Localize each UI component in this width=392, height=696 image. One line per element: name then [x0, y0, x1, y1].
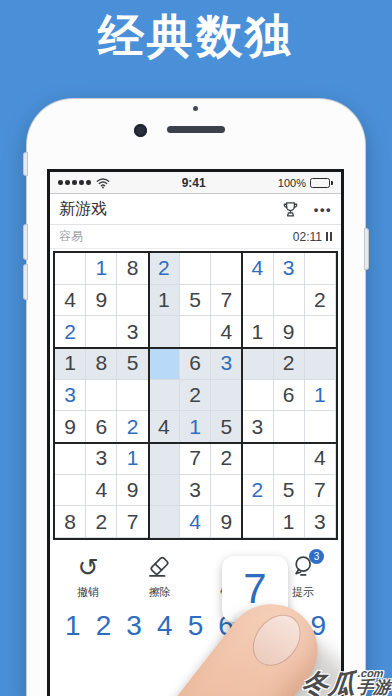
new-game-button[interactable]: 新游戏 [59, 199, 280, 220]
watermark: 冬瓜 .com 手游 [300, 667, 392, 696]
cell-r8c2[interactable]: 4 [86, 475, 117, 507]
cell-r3c6[interactable]: 4 [211, 316, 242, 348]
app-screen: 9:41 100% 新游戏 ••• 容易 [47, 169, 344, 696]
cell-r1c2[interactable]: 1 [86, 253, 117, 285]
cell-r2c6[interactable]: 7 [211, 285, 242, 317]
battery-percent: 100% [278, 177, 306, 189]
eraser-icon [146, 554, 173, 581]
cell-r2c7[interactable] [242, 285, 273, 317]
cell-r5c7[interactable] [242, 380, 273, 412]
cell-r4c5[interactable]: 6 [180, 348, 211, 380]
cell-r4c6[interactable]: 3 [211, 348, 242, 380]
cell-r8c1[interactable] [55, 475, 86, 507]
numpad-key-4[interactable]: 4 [157, 612, 173, 640]
cell-r3c5[interactable] [180, 316, 211, 348]
cell-r4c7[interactable] [242, 348, 273, 380]
front-camera [134, 124, 147, 137]
cell-r4c4[interactable] [149, 348, 180, 380]
cell-r9c9[interactable]: 3 [305, 506, 336, 538]
cell-r4c2[interactable]: 8 [86, 348, 117, 380]
cell-r4c3[interactable]: 5 [117, 348, 148, 380]
page-title: 经典数独 [0, 6, 392, 68]
cell-r2c4[interactable]: 1 [149, 285, 180, 317]
proximity-sensor [193, 106, 198, 111]
cell-r3c9[interactable] [305, 316, 336, 348]
cell-r9c8[interactable]: 1 [274, 506, 305, 538]
cell-r6c4[interactable]: 4 [149, 411, 180, 443]
cell-r5c3[interactable] [117, 380, 148, 412]
cell-r8c3[interactable]: 9 [117, 475, 148, 507]
pause-button[interactable] [326, 232, 332, 241]
status-bar: 9:41 100% [50, 172, 341, 194]
cell-r9c6[interactable]: 9 [211, 506, 242, 538]
numpad-key-2[interactable]: 2 [96, 612, 112, 640]
cell-r6c9[interactable] [305, 411, 336, 443]
cell-r2c5[interactable]: 5 [180, 285, 211, 317]
mute-switch [24, 153, 27, 175]
cell-r1c1[interactable] [55, 253, 86, 285]
volume-up-button [24, 225, 27, 259]
cell-r1c5[interactable] [180, 253, 211, 285]
cell-r1c7[interactable]: 4 [242, 253, 273, 285]
cell-r6c3[interactable]: 2 [117, 411, 148, 443]
cell-r5c5[interactable]: 2 [180, 380, 211, 412]
cell-r6c7[interactable]: 3 [242, 411, 273, 443]
box-divider [55, 442, 336, 444]
numpad-key-3[interactable]: 3 [126, 612, 142, 640]
cell-r7c4[interactable] [149, 443, 180, 475]
cell-r9c1[interactable]: 8 [55, 506, 86, 538]
thumbnail-nail [243, 605, 311, 675]
cell-r8c7[interactable]: 2 [242, 475, 273, 507]
cell-r5c6[interactable] [211, 380, 242, 412]
cell-r2c1[interactable]: 4 [55, 285, 86, 317]
box-divider [148, 253, 150, 538]
game-info-bar: 容易 02:11 [50, 225, 341, 249]
cell-r7c3[interactable]: 1 [117, 443, 148, 475]
erase-button[interactable]: 擦除 [138, 554, 182, 600]
box-divider [55, 347, 336, 349]
cell-r6c8[interactable] [274, 411, 305, 443]
app-header: 新游戏 ••• [50, 194, 341, 225]
cell-r7c8[interactable] [274, 443, 305, 475]
battery-icon [310, 178, 333, 188]
power-button [365, 229, 368, 269]
cell-r1c9[interactable] [305, 253, 336, 285]
volume-down-button [24, 265, 27, 299]
cell-r7c1[interactable] [55, 443, 86, 475]
cell-r8c6[interactable] [211, 475, 242, 507]
cell-r9c3[interactable]: 7 [117, 506, 148, 538]
cell-r8c8[interactable]: 5 [274, 475, 305, 507]
cell-r5c4[interactable] [149, 380, 180, 412]
cell-r5c8[interactable]: 6 [274, 380, 305, 412]
cell-r5c1[interactable]: 3 [55, 380, 86, 412]
cell-r5c2[interactable] [86, 380, 117, 412]
cell-r1c4[interactable]: 2 [149, 253, 180, 285]
cell-r8c4[interactable] [149, 475, 180, 507]
box-divider [241, 253, 243, 538]
cell-r1c8[interactable]: 3 [274, 253, 305, 285]
cell-r1c6[interactable] [211, 253, 242, 285]
cell-r9c7[interactable] [242, 506, 273, 538]
sudoku-board-frame: 1824349157223419185632326196241533172449… [53, 251, 338, 540]
cell-r2c9[interactable]: 2 [305, 285, 336, 317]
hint-count-badge: 3 [309, 549, 324, 564]
cell-r2c3[interactable] [117, 285, 148, 317]
cell-r1c3[interactable]: 8 [117, 253, 148, 285]
undo-icon: ↺ [78, 554, 99, 581]
cell-r4c1[interactable]: 1 [55, 348, 86, 380]
cell-r6c1[interactable]: 9 [55, 411, 86, 443]
iphone-mockup: 9:41 100% 新游戏 ••• 容易 [27, 99, 365, 696]
undo-button[interactable]: ↺ 撤销 [66, 554, 110, 600]
cell-r3c1[interactable]: 2 [55, 316, 86, 348]
earpiece-speaker [167, 126, 225, 133]
cell-r6c6[interactable]: 5 [211, 411, 242, 443]
cell-r3c7[interactable]: 1 [242, 316, 273, 348]
cell-r5c9[interactable]: 1 [305, 380, 336, 412]
cell-r9c5[interactable]: 4 [180, 506, 211, 538]
cell-r3c8[interactable]: 9 [274, 316, 305, 348]
cell-r7c6[interactable]: 2 [211, 443, 242, 475]
cell-r4c8[interactable]: 2 [274, 348, 305, 380]
sudoku-board: 1824349157223419185632326196241533172449… [55, 253, 336, 538]
numpad-key-1[interactable]: 1 [65, 612, 81, 640]
wifi-icon [96, 177, 110, 189]
more-menu-button[interactable]: ••• [314, 202, 332, 217]
cell-r4c9[interactable] [305, 348, 336, 380]
cell-r3c2[interactable] [86, 316, 117, 348]
cell-r7c2[interactable]: 3 [86, 443, 117, 475]
difficulty-label: 容易 [59, 228, 293, 245]
cell-r7c5[interactable]: 7 [180, 443, 211, 475]
cell-r3c3[interactable]: 3 [117, 316, 148, 348]
cell-r2c2[interactable]: 9 [86, 285, 117, 317]
timer-value: 02:11 [293, 230, 322, 244]
cell-r6c5[interactable]: 1 [180, 411, 211, 443]
cell-r9c2[interactable]: 2 [86, 506, 117, 538]
cell-r9c4[interactable] [149, 506, 180, 538]
trophy-icon[interactable] [280, 199, 301, 220]
cell-r3c4[interactable] [149, 316, 180, 348]
signal-dots-icon [58, 180, 91, 185]
cell-r2c8[interactable] [274, 285, 305, 317]
cell-r8c5[interactable]: 3 [180, 475, 211, 507]
toolbar: ↺ 撤销 擦除 铅笔 3 [50, 540, 341, 600]
cell-r6c2[interactable]: 6 [86, 411, 117, 443]
cell-r7c9[interactable]: 4 [305, 443, 336, 475]
cell-r7c7[interactable] [242, 443, 273, 475]
status-time: 9:41 [110, 176, 278, 190]
cell-r8c9[interactable]: 7 [305, 475, 336, 507]
